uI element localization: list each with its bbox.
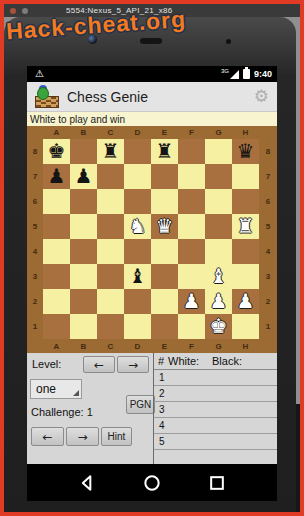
square-d2[interactable] — [124, 289, 151, 314]
square-f1[interactable] — [178, 314, 205, 339]
white-pawn-piece: ♟ — [237, 289, 255, 314]
square-c7[interactable] — [97, 164, 124, 189]
square-g1[interactable]: ♚ — [205, 314, 232, 339]
square-h1[interactable] — [232, 314, 259, 339]
move-row: 4 — [154, 418, 277, 434]
white-queen-piece: ♛ — [156, 214, 174, 239]
rank-label-left: 6 — [27, 189, 43, 214]
square-e3[interactable] — [151, 264, 178, 289]
file-label-top: H — [232, 126, 259, 139]
square-b1[interactable] — [70, 314, 97, 339]
square-h4[interactable] — [232, 239, 259, 264]
rank-label-right: 7 — [259, 164, 277, 189]
chess-board: ABCDEFGH8♚♜♜♛87♟♟7665♞♛♜5443♝♝32♟♟♟21♚1A… — [27, 126, 277, 353]
window-button-icon[interactable] — [22, 8, 28, 14]
spinner-dropdown-icon — [73, 390, 79, 396]
move-next-button[interactable]: → — [66, 427, 99, 446]
move-rows: 12345 — [154, 370, 277, 450]
square-g5[interactable] — [205, 214, 232, 239]
level-next-button[interactable]: → — [117, 356, 149, 373]
puzzle-instruction: White to play and win — [27, 112, 277, 126]
square-d8[interactable] — [124, 139, 151, 164]
board-corner — [27, 339, 43, 353]
back-icon[interactable] — [77, 473, 97, 493]
square-e6[interactable] — [151, 189, 178, 214]
file-label-top: G — [205, 126, 232, 139]
square-c8[interactable]: ♜ — [97, 139, 124, 164]
rank-label-right: 6 — [259, 189, 277, 214]
square-d3[interactable]: ♝ — [124, 264, 151, 289]
square-f2[interactable]: ♟ — [178, 289, 205, 314]
white-bishop-piece: ♝ — [210, 264, 228, 289]
square-f8[interactable] — [178, 139, 205, 164]
square-c6[interactable] — [97, 189, 124, 214]
rank-label-left: 5 — [27, 214, 43, 239]
square-e8[interactable]: ♜ — [151, 139, 178, 164]
window-background — [296, 404, 300, 512]
home-icon[interactable] — [142, 473, 162, 493]
rank-label-left: 1 — [27, 314, 43, 339]
square-b2[interactable] — [70, 289, 97, 314]
control-panel: Level: ← → one Challenge: 1 PGN ← → Hint… — [27, 353, 277, 464]
recents-icon[interactable] — [207, 473, 227, 493]
puzzle-instruction-text: White to play and win — [30, 114, 125, 125]
signal-icon — [230, 70, 239, 79]
square-h3[interactable] — [232, 264, 259, 289]
square-c5[interactable] — [97, 214, 124, 239]
phone-bezel: ⚠ 3G 9:40 Chess Genie ⚙ White to play an… — [4, 17, 296, 512]
rank-label-left: 7 — [27, 164, 43, 189]
square-a1[interactable] — [43, 314, 70, 339]
square-g2[interactable]: ♟ — [205, 289, 232, 314]
rank-label-right: 1 — [259, 314, 277, 339]
battery-icon — [243, 69, 250, 79]
square-c1[interactable] — [97, 314, 124, 339]
file-label-bottom: E — [151, 339, 178, 353]
square-d4[interactable] — [124, 239, 151, 264]
file-label-top: A — [43, 126, 70, 139]
file-label-bottom: G — [205, 339, 232, 353]
square-g6[interactable] — [205, 189, 232, 214]
file-label-bottom: D — [124, 339, 151, 353]
square-c4[interactable] — [97, 239, 124, 264]
challenge-label: Challenge: 1 — [31, 406, 93, 418]
square-e1[interactable] — [151, 314, 178, 339]
app-logo-genie-icon — [35, 85, 59, 109]
move-number: 1 — [159, 372, 165, 383]
file-label-top: D — [124, 126, 151, 139]
white-king-piece: ♚ — [210, 314, 228, 339]
square-b3[interactable] — [70, 264, 97, 289]
move-number: 3 — [159, 404, 165, 415]
rank-label-left: 4 — [27, 239, 43, 264]
square-h2[interactable]: ♟ — [232, 289, 259, 314]
square-d5[interactable]: ♞ — [124, 214, 151, 239]
square-a3[interactable] — [43, 264, 70, 289]
black-pawn-piece: ♟ — [48, 164, 66, 189]
rank-label-right: 8 — [259, 139, 277, 164]
square-f4[interactable] — [178, 239, 205, 264]
black-pawn-piece: ♟ — [75, 164, 93, 189]
square-g4[interactable] — [205, 239, 232, 264]
level-label: Level: — [32, 358, 61, 370]
white-knight-piece: ♞ — [129, 214, 147, 239]
file-label-bottom: C — [97, 339, 124, 353]
rank-label-right: 4 — [259, 239, 277, 264]
file-label-bottom: B — [70, 339, 97, 353]
file-label-top: B — [70, 126, 97, 139]
square-d6[interactable] — [124, 189, 151, 214]
file-label-bottom: A — [43, 339, 70, 353]
square-a7[interactable]: ♟ — [43, 164, 70, 189]
app-bar: Chess Genie ⚙ — [27, 82, 277, 112]
square-b8[interactable] — [70, 139, 97, 164]
file-label-top: F — [178, 126, 205, 139]
file-label-bottom: F — [178, 339, 205, 353]
file-label-top: E — [151, 126, 178, 139]
square-a8[interactable]: ♚ — [43, 139, 70, 164]
white-pawn-piece: ♟ — [183, 289, 201, 314]
black-queen-piece: ♛ — [237, 139, 255, 164]
square-c2[interactable] — [97, 289, 124, 314]
square-h8[interactable]: ♛ — [232, 139, 259, 164]
rank-label-left: 2 — [27, 289, 43, 314]
app-title: Chess Genie — [67, 89, 148, 105]
android-nav-bar — [27, 464, 277, 501]
square-c3[interactable] — [97, 264, 124, 289]
hint-button[interactable]: Hint — [101, 427, 132, 446]
window-button-icon[interactable] — [10, 8, 16, 14]
pgn-button[interactable]: PGN — [126, 395, 155, 414]
white-rook-piece: ♜ — [237, 214, 255, 239]
window-titlebar: 5554:Nexus_5_API_21_x86 — [4, 4, 300, 17]
black-king-piece: ♚ — [48, 139, 66, 164]
file-label-bottom: H — [232, 339, 259, 353]
move-number: 5 — [159, 436, 165, 447]
square-e5[interactable]: ♛ — [151, 214, 178, 239]
move-row: 5 — [154, 434, 277, 450]
square-d7[interactable] — [124, 164, 151, 189]
black-rook-piece: ♜ — [102, 139, 120, 164]
white-pawn-piece: ♟ — [210, 289, 228, 314]
square-e7[interactable] — [151, 164, 178, 189]
move-number-header: # — [158, 355, 164, 367]
board-corner — [27, 126, 43, 139]
square-b5[interactable] — [70, 214, 97, 239]
network-type-label: 3G — [221, 68, 229, 74]
square-g8[interactable] — [205, 139, 232, 164]
square-f6[interactable] — [178, 189, 205, 214]
status-clock: 9:40 — [254, 69, 272, 79]
board-corner — [259, 339, 277, 353]
square-e4[interactable] — [151, 239, 178, 264]
phone-screen: ⚠ 3G 9:40 Chess Genie ⚙ White to play an… — [27, 66, 277, 501]
square-f7[interactable] — [178, 164, 205, 189]
square-a5[interactable] — [43, 214, 70, 239]
square-d1[interactable] — [124, 314, 151, 339]
camera-icon — [88, 35, 97, 44]
rank-label-right: 2 — [259, 289, 277, 314]
black-bishop-piece: ♝ — [129, 264, 147, 289]
level-prev-button[interactable]: ← — [83, 356, 115, 373]
square-g7[interactable] — [205, 164, 232, 189]
rank-label-right: 3 — [259, 264, 277, 289]
square-a2[interactable] — [43, 289, 70, 314]
emulator-window: 5554:Nexus_5_API_21_x86 ⚠ 3G 9:40 Chess … — [0, 0, 304, 516]
window-title: 5554:Nexus_5_API_21_x86 — [66, 6, 173, 15]
square-e2[interactable] — [151, 289, 178, 314]
square-b4[interactable] — [70, 239, 97, 264]
rank-label-left: 8 — [27, 139, 43, 164]
square-g3[interactable]: ♝ — [205, 264, 232, 289]
square-b6[interactable] — [70, 189, 97, 214]
black-moves-header: Black: — [212, 355, 242, 367]
file-label-top: C — [97, 126, 124, 139]
square-f5[interactable] — [178, 214, 205, 239]
rank-label-right: 5 — [259, 214, 277, 239]
speaker-grille — [140, 38, 162, 44]
move-prev-button[interactable]: ← — [31, 427, 64, 446]
warning-icon: ⚠ — [35, 69, 44, 79]
move-row: 1 — [154, 370, 277, 386]
move-row: 3 — [154, 402, 277, 418]
square-b7[interactable]: ♟ — [70, 164, 97, 189]
square-h7[interactable] — [232, 164, 259, 189]
square-h5[interactable]: ♜ — [232, 214, 259, 239]
move-list: # White: Black: 12345 — [154, 353, 277, 464]
proximity-sensor — [226, 39, 231, 44]
square-f3[interactable] — [178, 264, 205, 289]
level-spinner[interactable]: one — [30, 379, 82, 399]
move-list-header: # White: Black: — [154, 353, 277, 370]
square-h6[interactable] — [232, 189, 259, 214]
black-rook-piece: ♜ — [156, 139, 174, 164]
settings-gear-icon[interactable]: ⚙ — [254, 88, 269, 105]
square-a4[interactable] — [43, 239, 70, 264]
white-moves-header: White: — [168, 355, 199, 367]
move-row: 2 — [154, 386, 277, 402]
status-bar: ⚠ 3G 9:40 — [27, 66, 277, 82]
move-number: 4 — [159, 420, 165, 431]
rank-label-left: 3 — [27, 264, 43, 289]
board-corner — [259, 126, 277, 139]
square-a6[interactable] — [43, 189, 70, 214]
move-number: 2 — [159, 388, 165, 399]
